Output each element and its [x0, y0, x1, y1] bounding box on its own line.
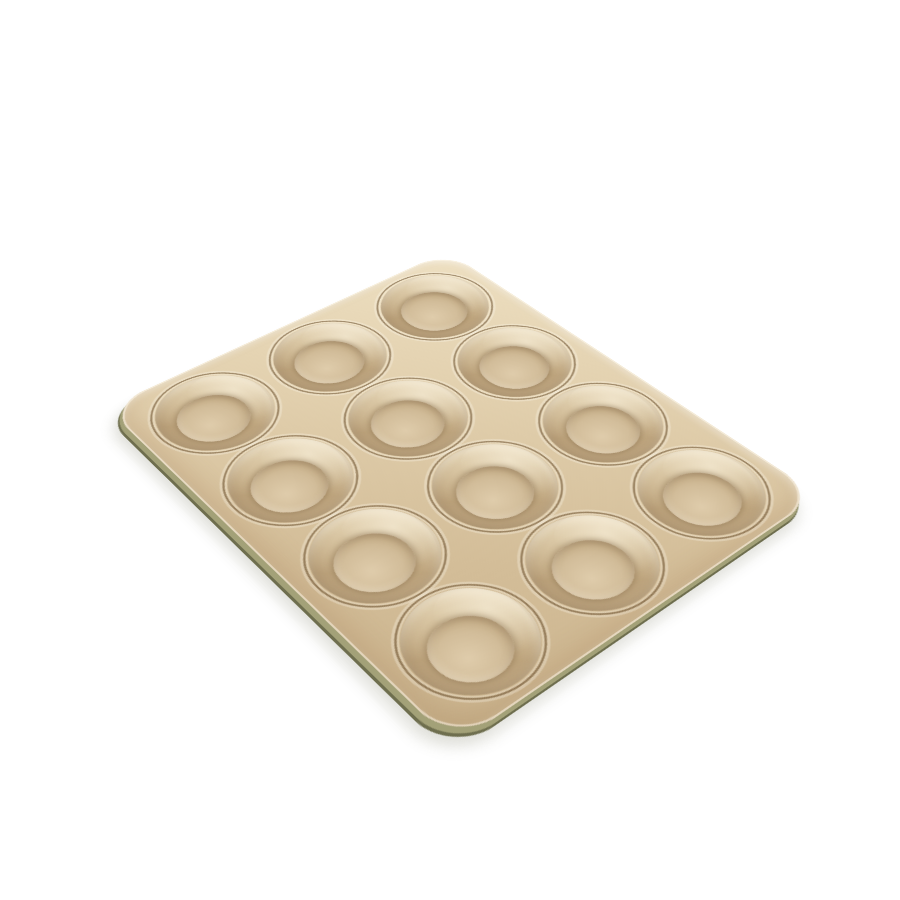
muffin-cup-bottom	[356, 391, 458, 457]
muffin-cup-bottom	[647, 462, 757, 536]
muffin-cup-bottom	[236, 450, 343, 523]
muffin-cup-bottom	[551, 397, 655, 463]
scene	[0, 0, 900, 900]
muffin-cup-bottom	[441, 456, 550, 530]
muffin-cup-bottom	[318, 522, 432, 604]
muffin-cup-bottom	[388, 285, 481, 339]
muffin-cup-bottom	[535, 529, 651, 612]
muffin-cup-bottom	[281, 333, 378, 392]
muffin-cup-bottom	[410, 603, 532, 696]
muffin-cup-bottom	[164, 386, 265, 451]
muffin-pan	[106, 251, 819, 745]
muffin-cup-bottom	[465, 338, 563, 398]
